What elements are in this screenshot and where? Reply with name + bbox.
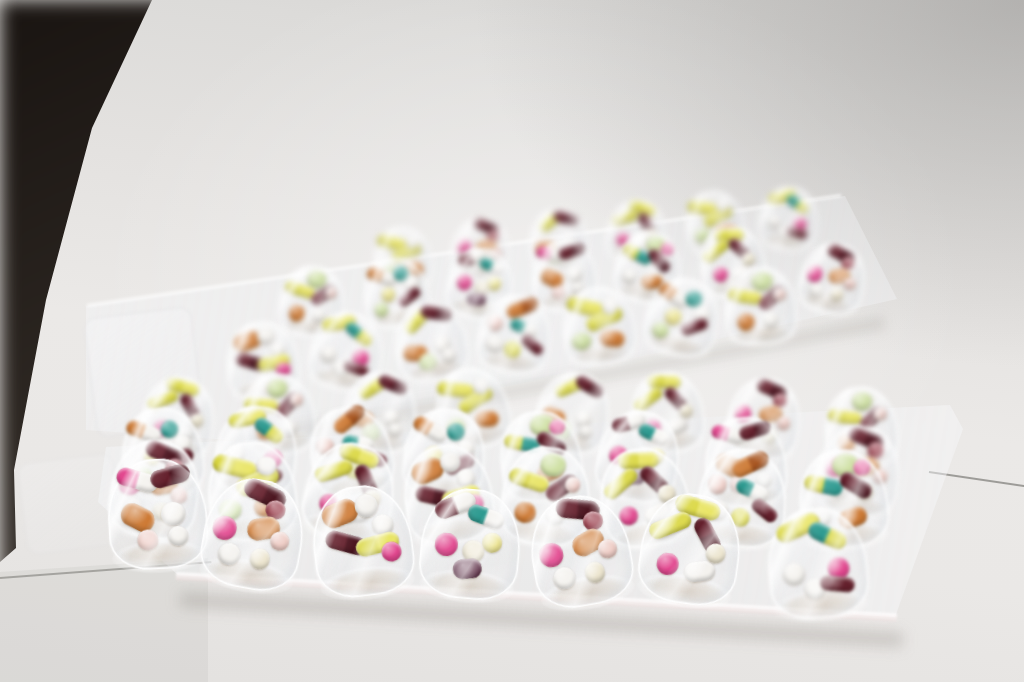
- blister-strips: [0, 0, 1024, 682]
- pill-oblong: [451, 558, 481, 580]
- blister-pocket: [763, 504, 871, 622]
- blister-pocket: [105, 456, 210, 571]
- blister-pocket: [633, 488, 746, 611]
- pill-tablet: [136, 529, 158, 551]
- blister-pocket: [416, 485, 524, 603]
- pill-tablet: [707, 474, 728, 495]
- pill-capsule: [647, 375, 681, 388]
- blister-strip-front: [0, 0, 1024, 682]
- photo-pill-blister-packs: [0, 0, 1024, 682]
- pill-tablet: [168, 526, 189, 547]
- pill-capsule: [617, 451, 659, 469]
- blister-pocket: [306, 480, 418, 601]
- blister-pocket: [522, 488, 639, 614]
- blister-pocket: [195, 471, 312, 597]
